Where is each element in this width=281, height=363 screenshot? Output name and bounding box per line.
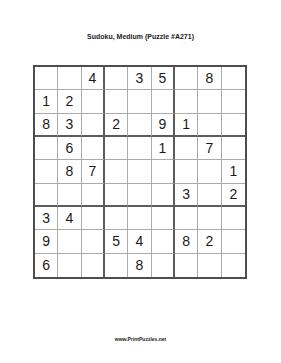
cell-r4c8-given: 7 — [198, 137, 221, 160]
cell-r8c4-given: 5 — [105, 230, 128, 253]
cell-r5c1-empty[interactable] — [35, 160, 58, 183]
cell-r8c9-empty[interactable] — [222, 230, 245, 253]
cell-r8c3-empty[interactable] — [82, 230, 105, 253]
cell-r8c1-given: 9 — [35, 230, 58, 253]
cell-r1c2-empty[interactable] — [58, 67, 81, 90]
cell-r5c9-given: 1 — [222, 160, 245, 183]
cell-r8c7-given: 8 — [175, 230, 198, 253]
cell-r3c6-given: 9 — [152, 114, 175, 137]
cell-r2c7-empty[interactable] — [175, 90, 198, 113]
footer-url: www.PrintPuzzles.net — [0, 336, 281, 342]
cell-r4c1-empty[interactable] — [35, 137, 58, 160]
cell-r1c9-empty[interactable] — [222, 67, 245, 90]
cell-r5c4-empty[interactable] — [105, 160, 128, 183]
cell-r4c3-empty[interactable] — [82, 137, 105, 160]
cell-r9c1-given: 6 — [35, 254, 58, 277]
cell-r3c2-given: 3 — [58, 114, 81, 137]
cell-r4c9-empty[interactable] — [222, 137, 245, 160]
cell-r2c3-empty[interactable] — [82, 90, 105, 113]
cell-r2c4-empty[interactable] — [105, 90, 128, 113]
cell-r9c2-empty[interactable] — [58, 254, 81, 277]
cell-r6c7-given: 3 — [175, 184, 198, 207]
cell-r9c6-empty[interactable] — [152, 254, 175, 277]
cell-r5c8-empty[interactable] — [198, 160, 221, 183]
cell-r6c8-empty[interactable] — [198, 184, 221, 207]
cell-r7c2-given: 4 — [58, 207, 81, 230]
cell-r8c2-empty[interactable] — [58, 230, 81, 253]
cell-r3c3-empty[interactable] — [82, 114, 105, 137]
cell-r9c9-empty[interactable] — [222, 254, 245, 277]
cell-r3c8-empty[interactable] — [198, 114, 221, 137]
cell-r2c1-given: 1 — [35, 90, 58, 113]
cell-r2c9-empty[interactable] — [222, 90, 245, 113]
cell-r2c2-given: 2 — [58, 90, 81, 113]
cell-r5c3-given: 7 — [82, 160, 105, 183]
cell-r3c9-empty[interactable] — [222, 114, 245, 137]
cell-r4c7-empty[interactable] — [175, 137, 198, 160]
cell-r4c6-given: 1 — [152, 137, 175, 160]
cell-r2c8-empty[interactable] — [198, 90, 221, 113]
cell-r1c7-empty[interactable] — [175, 67, 198, 90]
cell-r5c7-empty[interactable] — [175, 160, 198, 183]
sudoku-board: 4358128329161787132349548268 — [33, 65, 247, 279]
cell-r3c4-given: 2 — [105, 114, 128, 137]
cell-r9c7-empty[interactable] — [175, 254, 198, 277]
cell-r5c6-empty[interactable] — [152, 160, 175, 183]
cell-r8c8-given: 2 — [198, 230, 221, 253]
cell-r1c5-given: 3 — [128, 67, 151, 90]
cell-r4c5-empty[interactable] — [128, 137, 151, 160]
cell-r6c2-empty[interactable] — [58, 184, 81, 207]
cell-r5c5-empty[interactable] — [128, 160, 151, 183]
cell-r8c5-given: 4 — [128, 230, 151, 253]
cell-r5c2-given: 8 — [58, 160, 81, 183]
cell-r1c8-given: 8 — [198, 67, 221, 90]
cell-r7c9-empty[interactable] — [222, 207, 245, 230]
cell-r9c4-empty[interactable] — [105, 254, 128, 277]
cell-r3c5-empty[interactable] — [128, 114, 151, 137]
cell-r6c1-empty[interactable] — [35, 184, 58, 207]
cell-r7c5-empty[interactable] — [128, 207, 151, 230]
cell-r1c3-given: 4 — [82, 67, 105, 90]
cell-r2c6-empty[interactable] — [152, 90, 175, 113]
cell-r7c3-empty[interactable] — [82, 207, 105, 230]
cell-r1c6-given: 5 — [152, 67, 175, 90]
cell-r6c5-empty[interactable] — [128, 184, 151, 207]
cell-r7c7-empty[interactable] — [175, 207, 198, 230]
cell-r3c1-given: 8 — [35, 114, 58, 137]
cell-r8c6-empty[interactable] — [152, 230, 175, 253]
cell-r1c1-empty[interactable] — [35, 67, 58, 90]
cell-r6c6-empty[interactable] — [152, 184, 175, 207]
cell-r7c4-empty[interactable] — [105, 207, 128, 230]
cell-r7c8-empty[interactable] — [198, 207, 221, 230]
cell-r9c3-empty[interactable] — [82, 254, 105, 277]
cell-r4c2-given: 6 — [58, 137, 81, 160]
cell-r6c4-empty[interactable] — [105, 184, 128, 207]
cell-r9c8-empty[interactable] — [198, 254, 221, 277]
cell-r4c4-empty[interactable] — [105, 137, 128, 160]
cell-r6c9-given: 2 — [222, 184, 245, 207]
puzzle-title: Sudoku, Medium (Puzzle #A271) — [0, 33, 281, 40]
cell-r1c4-empty[interactable] — [105, 67, 128, 90]
cell-r7c6-empty[interactable] — [152, 207, 175, 230]
cell-r9c5-given: 8 — [128, 254, 151, 277]
cell-r2c5-empty[interactable] — [128, 90, 151, 113]
cell-r6c3-empty[interactable] — [82, 184, 105, 207]
cell-r7c1-given: 3 — [35, 207, 58, 230]
cell-r3c7-given: 1 — [175, 114, 198, 137]
